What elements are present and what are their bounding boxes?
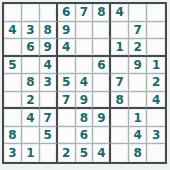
cell-r5c4[interactable]: 5 [58,74,76,92]
given-digit: 7 [116,76,124,88]
cell-r8c9[interactable]: 3 [147,127,165,145]
cell-r4c2[interactable] [22,57,40,75]
given-digit: 4 [152,94,160,106]
cell-r2c6[interactable] [93,22,111,40]
cell-r3c9[interactable] [147,39,165,57]
cell-r9c9[interactable] [147,144,165,162]
given-digit: 2 [62,147,70,159]
cell-r5c5[interactable]: 4 [76,74,94,92]
given-digit: 3 [26,24,34,36]
cell-r4c5[interactable] [76,57,94,75]
cell-r2c9[interactable] [147,22,165,40]
cell-r3c6[interactable] [93,39,111,57]
given-digit: 1 [26,147,34,159]
cell-r8c1[interactable]: 8 [4,127,22,145]
cell-r2c5[interactable] [76,22,94,40]
cell-r2c3[interactable]: 8 [40,22,58,40]
cell-r5c3[interactable]: 3 [40,74,58,92]
cell-r1c8[interactable] [129,4,147,22]
given-digit: 8 [116,94,124,106]
given-digit: 9 [97,112,105,124]
given-digit: 4 [133,129,141,141]
given-digit: 5 [8,59,16,71]
cell-r1c3[interactable] [40,4,58,22]
cell-r6c9[interactable]: 4 [147,92,165,110]
cell-r7c4[interactable] [58,109,76,127]
given-digit: 6 [26,41,34,53]
given-digit: 1 [152,59,160,71]
cell-r9c3[interactable] [40,144,58,162]
cell-r8c3[interactable]: 5 [40,127,58,145]
given-digit: 5 [80,147,88,159]
given-digit: 7 [80,6,88,18]
cell-r6c2[interactable]: 2 [22,92,40,110]
cell-r1c1[interactable] [4,4,22,22]
cell-r7c2[interactable]: 4 [22,109,40,127]
given-digit: 2 [133,41,141,53]
given-digit: 4 [97,147,105,159]
cell-r7c1[interactable] [4,109,22,127]
cell-r8c6[interactable] [93,127,111,145]
cell-r8c5[interactable]: 6 [76,127,94,145]
given-digit: 2 [26,94,34,106]
given-digit: 9 [80,94,88,106]
cell-r9c8[interactable]: 8 [129,144,147,162]
given-digit: 5 [44,129,52,141]
cell-r3c4[interactable]: 4 [58,39,76,57]
given-digit: 3 [8,147,16,159]
cell-r7c9[interactable] [147,109,165,127]
given-digit: 8 [44,24,52,36]
cell-r3c7[interactable]: 1 [111,39,129,57]
given-digit: 6 [97,59,105,71]
cell-r5c6[interactable] [93,74,111,92]
cell-r5c7[interactable]: 7 [111,74,129,92]
cell-r6c4[interactable]: 7 [58,92,76,110]
cell-r6c6[interactable] [93,92,111,110]
cell-r1c4[interactable]: 6 [58,4,76,22]
cell-r2c1[interactable]: 4 [4,22,22,40]
cell-r1c9[interactable] [147,4,165,22]
cell-r8c4[interactable] [58,127,76,145]
cell-r8c2[interactable] [22,127,40,145]
cell-r1c5[interactable]: 7 [76,4,94,22]
cell-r7c8[interactable]: 1 [129,109,147,127]
sudoku-board: 6784438976941254691835472279844789185643… [2,2,167,164]
given-digit: 6 [62,6,70,18]
cell-r9c4[interactable]: 2 [58,144,76,162]
given-digit: 1 [116,41,124,53]
cell-r4c9[interactable]: 1 [147,57,165,75]
given-digit: 9 [62,24,70,36]
cell-r4c1[interactable]: 5 [4,57,22,75]
cell-r2c8[interactable]: 7 [129,22,147,40]
given-digit: 4 [116,6,124,18]
cell-r3c5[interactable] [76,39,94,57]
given-digit: 8 [80,112,88,124]
given-digit: 3 [152,129,160,141]
given-digit: 9 [133,59,141,71]
cell-r4c8[interactable]: 9 [129,57,147,75]
cell-r2c7[interactable] [111,22,129,40]
given-digit: 5 [62,76,70,88]
given-digit: 3 [44,76,52,88]
given-digit: 1 [133,112,141,124]
given-digit: 8 [97,6,105,18]
cell-r6c8[interactable] [129,92,147,110]
cell-r2c4[interactable]: 9 [58,22,76,40]
given-digit: 6 [80,129,88,141]
cell-r4c7[interactable] [111,57,129,75]
cell-r3c8[interactable]: 2 [129,39,147,57]
cell-r7c5[interactable]: 8 [76,109,94,127]
cell-r5c9[interactable]: 2 [147,74,165,92]
given-digit: 4 [80,76,88,88]
given-digit: 4 [26,112,34,124]
cell-r5c8[interactable] [129,74,147,92]
cell-r9c1[interactable]: 3 [4,144,22,162]
cell-r7c7[interactable] [111,109,129,127]
given-digit: 4 [8,24,16,36]
given-digit: 7 [44,112,52,124]
given-digit: 7 [133,24,141,36]
cell-r1c7[interactable]: 4 [111,4,129,22]
cell-r3c3[interactable]: 9 [40,39,58,57]
cell-r4c6[interactable]: 6 [93,57,111,75]
given-digit: 4 [44,59,52,71]
cell-r9c7[interactable] [111,144,129,162]
cell-r9c2[interactable]: 1 [22,144,40,162]
cell-r9c6[interactable]: 4 [93,144,111,162]
cell-r7c3[interactable]: 7 [40,109,58,127]
cell-r6c5[interactable]: 9 [76,92,94,110]
cell-r9c5[interactable]: 5 [76,144,94,162]
cell-r5c2[interactable]: 8 [22,74,40,92]
cell-r8c8[interactable]: 4 [129,127,147,145]
cell-r4c4[interactable] [58,57,76,75]
cell-r7c6[interactable]: 9 [93,109,111,127]
given-digit: 9 [44,41,52,53]
cell-r8c7[interactable] [111,127,129,145]
given-digit: 8 [26,76,34,88]
given-digit: 8 [8,129,16,141]
given-digit: 7 [62,94,70,106]
cell-r1c6[interactable]: 8 [93,4,111,22]
cell-r6c1[interactable] [4,92,22,110]
cell-r6c7[interactable]: 8 [111,92,129,110]
cell-r3c2[interactable]: 6 [22,39,40,57]
cell-r4c3[interactable]: 4 [40,57,58,75]
given-digit: 8 [133,147,141,159]
cell-r2c2[interactable]: 3 [22,22,40,40]
cell-r1c2[interactable] [22,4,40,22]
cell-r3c1[interactable] [4,39,22,57]
given-digit: 2 [152,76,160,88]
cell-r5c1[interactable] [4,74,22,92]
given-digit: 4 [62,41,70,53]
cell-r6c3[interactable] [40,92,58,110]
